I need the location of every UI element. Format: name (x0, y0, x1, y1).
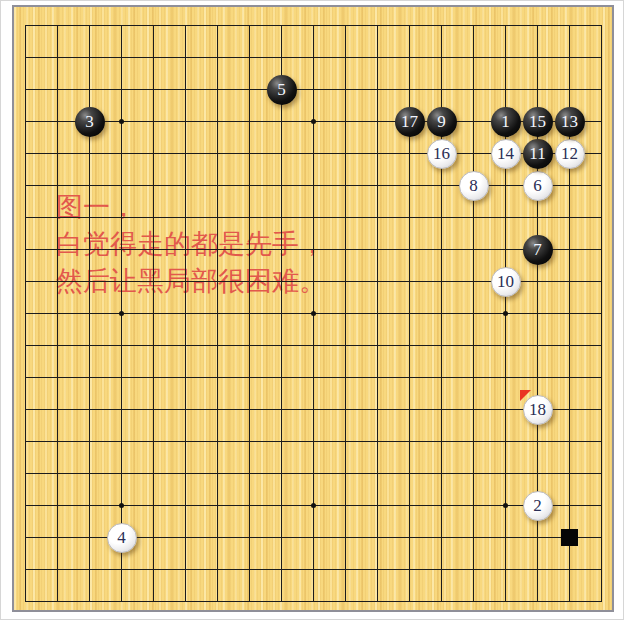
stone-black-17: 17 (395, 107, 425, 137)
stone-number: 11 (529, 145, 545, 162)
stone-number: 10 (497, 273, 514, 290)
stone-white-4: 4 (107, 523, 137, 553)
stone-white-2: 2 (523, 491, 553, 521)
stone-white-10: 10 (491, 267, 521, 297)
star-point (311, 311, 316, 316)
stone-number: 14 (497, 145, 514, 162)
stone-white-18: 18 (523, 395, 553, 425)
stone-black-13: 13 (555, 107, 585, 137)
stone-black-5: 5 (267, 75, 297, 105)
star-point (119, 119, 124, 124)
stone-white-16: 16 (427, 139, 457, 169)
stone-number: 18 (529, 401, 546, 418)
stone-number: 13 (561, 113, 578, 130)
stone-white-6: 6 (523, 171, 553, 201)
stone-number: 7 (533, 241, 542, 258)
stone-number: 15 (529, 113, 546, 130)
star-point (119, 503, 124, 508)
star-point (311, 119, 316, 124)
stone-black-15: 15 (523, 107, 553, 137)
stone-number: 3 (85, 113, 94, 130)
star-point (311, 503, 316, 508)
stone-white-8: 8 (459, 171, 489, 201)
stone-number: 9 (437, 113, 446, 130)
stone-black-3: 3 (75, 107, 105, 137)
stone-number: 6 (533, 177, 542, 194)
stone-number: 2 (533, 497, 542, 514)
stone-black-9: 9 (427, 107, 457, 137)
star-point (503, 503, 508, 508)
stone-white-12: 12 (555, 139, 585, 169)
stone-white-14: 14 (491, 139, 521, 169)
stone-number: 5 (277, 81, 286, 98)
stone-number: 16 (433, 145, 450, 162)
go-board-screenshot: 图一， 白觉得走的都是先手， 然后让黑局部很困难。 12345678910111… (0, 0, 624, 620)
stone-black-7: 7 (523, 235, 553, 265)
stone-number: 8 (469, 177, 478, 194)
stone-number: 12 (561, 145, 578, 162)
stone-number: 4 (117, 529, 126, 546)
star-point (119, 311, 124, 316)
stone-number: 17 (401, 113, 418, 130)
stone-black-11: 11 (523, 139, 553, 169)
stone-number: 1 (501, 113, 510, 130)
stone-black-1: 1 (491, 107, 521, 137)
square-marker (561, 529, 578, 546)
star-point (503, 311, 508, 316)
